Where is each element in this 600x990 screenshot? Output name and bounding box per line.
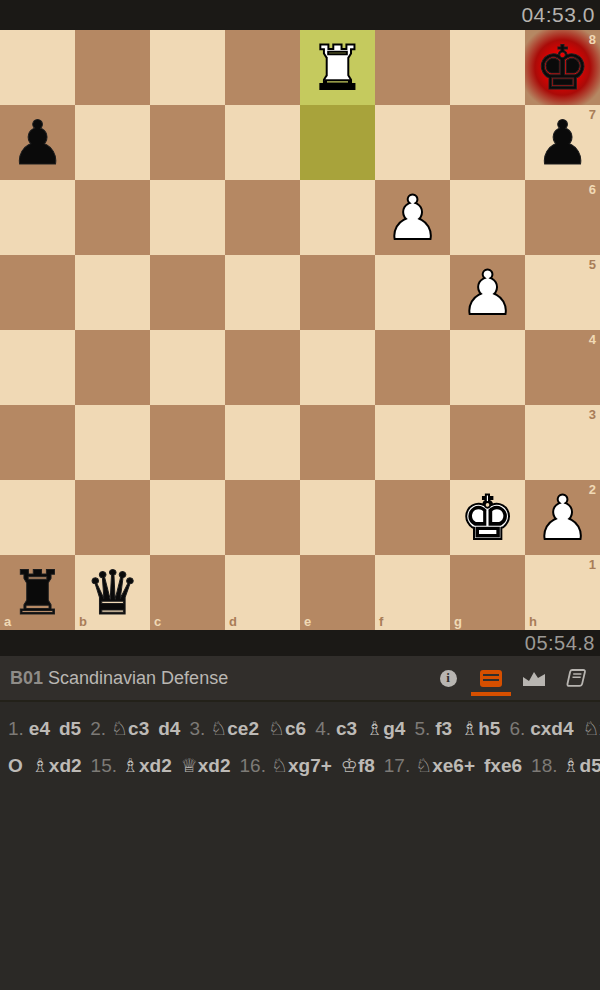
square-b6[interactable] xyxy=(75,180,150,255)
square-f6[interactable]: ♟ xyxy=(375,180,450,255)
eco-code: B01 xyxy=(10,668,43,688)
square-e5[interactable] xyxy=(300,255,375,330)
white-pawn[interactable]: ♟ xyxy=(450,255,525,330)
square-f7[interactable] xyxy=(375,105,450,180)
move-number: 3. xyxy=(189,718,205,739)
white-pawn[interactable]: ♟ xyxy=(375,180,450,255)
move-number: 4. xyxy=(315,718,331,739)
move-san[interactable]: ♘xg7+ xyxy=(271,755,332,776)
square-d8[interactable] xyxy=(225,30,300,105)
square-e7[interactable] xyxy=(300,105,375,180)
file-label-e: e xyxy=(304,615,311,628)
square-h3[interactable]: 3 xyxy=(525,405,600,480)
chess-board[interactable]: ♜♚8♟♟7♟6♟543♚♟2♜a♛bcdefg1h xyxy=(0,30,600,630)
move-san[interactable]: ♗xd2 xyxy=(122,755,172,776)
square-c2[interactable] xyxy=(150,480,225,555)
square-a3[interactable] xyxy=(0,405,75,480)
square-f1[interactable]: f xyxy=(375,555,450,630)
tab-game-info[interactable]: i xyxy=(435,656,461,700)
rank-label-3: 3 xyxy=(589,408,596,421)
move-number: 16. xyxy=(240,755,266,776)
move-number: 6. xyxy=(509,718,525,739)
square-g2[interactable]: ♚ xyxy=(450,480,525,555)
move-san[interactable]: d5 xyxy=(59,718,81,739)
file-label-a: a xyxy=(4,615,11,628)
square-a1[interactable]: ♜a xyxy=(0,555,75,630)
square-c1[interactable]: c xyxy=(150,555,225,630)
white-king[interactable]: ♚ xyxy=(450,480,525,555)
square-a8[interactable] xyxy=(0,30,75,105)
move-san[interactable]: d4 xyxy=(158,718,180,739)
square-h2[interactable]: ♟2 xyxy=(525,480,600,555)
move-number: 5. xyxy=(414,718,430,739)
rank-label-8: 8 xyxy=(589,33,596,46)
file-label-h: h xyxy=(529,615,537,628)
rank-label-4: 4 xyxy=(589,333,596,346)
move-san[interactable]: ♕xd2 xyxy=(181,755,231,776)
player-clock-time: 05:54.8 xyxy=(525,632,595,655)
square-f8[interactable] xyxy=(375,30,450,105)
move-list: 1.e4d52.♘c3d43.♘ce2♘c64.c3♗g45.f3♗h56.cx… xyxy=(0,702,600,990)
info-icon: i xyxy=(440,670,457,687)
move-san[interactable]: ♗h5 xyxy=(461,718,500,739)
move-number: 17. xyxy=(384,755,410,776)
tab-opening-book[interactable] xyxy=(564,656,590,700)
move-san[interactable]: c3 xyxy=(336,718,357,739)
move-number: 15. xyxy=(91,755,117,776)
move-san[interactable]: ♔f8 xyxy=(341,755,375,776)
square-h5[interactable]: 5 xyxy=(525,255,600,330)
square-d7[interactable] xyxy=(225,105,300,180)
square-b4[interactable] xyxy=(75,330,150,405)
rank-label-6: 6 xyxy=(589,183,596,196)
square-h1[interactable]: 1h xyxy=(525,555,600,630)
square-d3[interactable] xyxy=(225,405,300,480)
analysis-tabs: i xyxy=(435,656,590,700)
square-c6[interactable] xyxy=(150,180,225,255)
white-rook[interactable]: ♜ xyxy=(300,30,375,105)
square-e1[interactable]: e xyxy=(300,555,375,630)
file-label-b: b xyxy=(79,615,87,628)
square-g1[interactable]: g xyxy=(450,555,525,630)
move-list-icon xyxy=(480,670,502,687)
file-label-d: d xyxy=(229,615,237,628)
rank-label-2: 2 xyxy=(589,483,596,496)
square-d6[interactable] xyxy=(225,180,300,255)
move-san[interactable]: ♗d5 xyxy=(563,755,600,776)
square-b1[interactable]: ♛b xyxy=(75,555,150,630)
move-san[interactable]: ♘xe6+ xyxy=(415,755,475,776)
square-b3[interactable] xyxy=(75,405,150,480)
square-f2[interactable] xyxy=(375,480,450,555)
square-a6[interactable] xyxy=(0,180,75,255)
opponent-clock-time: 04:53.0 xyxy=(521,3,595,27)
move-san[interactable]: e4 xyxy=(29,718,50,739)
square-g8[interactable] xyxy=(450,30,525,105)
move-number: 2. xyxy=(90,718,106,739)
square-c5[interactable] xyxy=(150,255,225,330)
square-a5[interactable] xyxy=(0,255,75,330)
move-san[interactable]: fxe6 xyxy=(484,755,522,776)
file-label-c: c xyxy=(154,615,161,628)
square-c8[interactable] xyxy=(150,30,225,105)
move-san[interactable]: cxd4 xyxy=(530,718,573,739)
move-san[interactable]: ♗xd2 xyxy=(32,755,82,776)
move-san[interactable]: ♘c3 xyxy=(111,718,149,739)
rank-label-1: 1 xyxy=(589,558,596,571)
square-d4[interactable] xyxy=(225,330,300,405)
square-g7[interactable] xyxy=(450,105,525,180)
square-g4[interactable] xyxy=(450,330,525,405)
rank-label-5: 5 xyxy=(589,258,596,271)
tab-analysis-chart[interactable] xyxy=(521,656,547,700)
square-b5[interactable] xyxy=(75,255,150,330)
square-b2[interactable] xyxy=(75,480,150,555)
square-c4[interactable] xyxy=(150,330,225,405)
square-d2[interactable] xyxy=(225,480,300,555)
square-g3[interactable] xyxy=(450,405,525,480)
tab-move-list[interactable] xyxy=(478,656,504,700)
chart-icon xyxy=(522,669,546,687)
square-e3[interactable] xyxy=(300,405,375,480)
square-h8[interactable]: ♚8 xyxy=(525,30,600,105)
square-h7[interactable]: ♟7 xyxy=(525,105,600,180)
square-b8[interactable] xyxy=(75,30,150,105)
square-g6[interactable] xyxy=(450,180,525,255)
opening-title: B01Scandinavian Defense xyxy=(10,668,228,689)
player-clock-bar: 05:54.8 xyxy=(0,630,600,656)
square-e6[interactable] xyxy=(300,180,375,255)
square-f5[interactable] xyxy=(375,255,450,330)
square-h4[interactable]: 4 xyxy=(525,330,600,405)
black-pawn[interactable]: ♟ xyxy=(0,105,75,180)
chess-app: 04:53.0 ♜♚8♟♟7♟6♟543♚♟2♜a♛bcdefg1h 05:54… xyxy=(0,0,600,990)
square-f3[interactable] xyxy=(375,405,450,480)
file-label-f: f xyxy=(379,615,383,628)
move-number: 18. xyxy=(531,755,557,776)
black-rook[interactable]: ♜ xyxy=(0,555,75,630)
square-d1[interactable]: d xyxy=(225,555,300,630)
move-san[interactable]: ♘xd4 xyxy=(583,718,600,739)
move-number: 1. xyxy=(8,718,24,739)
square-a4[interactable] xyxy=(0,330,75,405)
square-a7[interactable]: ♟ xyxy=(0,105,75,180)
opponent-clock-bar: 04:53.0 xyxy=(0,0,600,30)
opening-header: B01Scandinavian Defense i xyxy=(0,656,600,702)
file-label-g: g xyxy=(454,615,462,628)
move-san[interactable]: ♘c6 xyxy=(268,718,306,739)
square-a2[interactable] xyxy=(0,480,75,555)
square-h6[interactable]: 6 xyxy=(525,180,600,255)
square-c3[interactable] xyxy=(150,405,225,480)
square-e4[interactable] xyxy=(300,330,375,405)
move-san[interactable]: ♗g4 xyxy=(366,718,405,739)
square-b7[interactable] xyxy=(75,105,150,180)
rank-label-7: 7 xyxy=(589,108,596,121)
square-c7[interactable] xyxy=(150,105,225,180)
square-f4[interactable] xyxy=(375,330,450,405)
move-san[interactable]: f3 xyxy=(435,718,452,739)
square-e2[interactable] xyxy=(300,480,375,555)
square-e8[interactable]: ♜ xyxy=(300,30,375,105)
book-icon xyxy=(566,669,588,687)
move-san[interactable]: ♘ce2 xyxy=(210,718,259,739)
square-g5[interactable]: ♟ xyxy=(450,255,525,330)
square-d5[interactable] xyxy=(225,255,300,330)
opening-name: Scandinavian Defense xyxy=(48,668,228,688)
